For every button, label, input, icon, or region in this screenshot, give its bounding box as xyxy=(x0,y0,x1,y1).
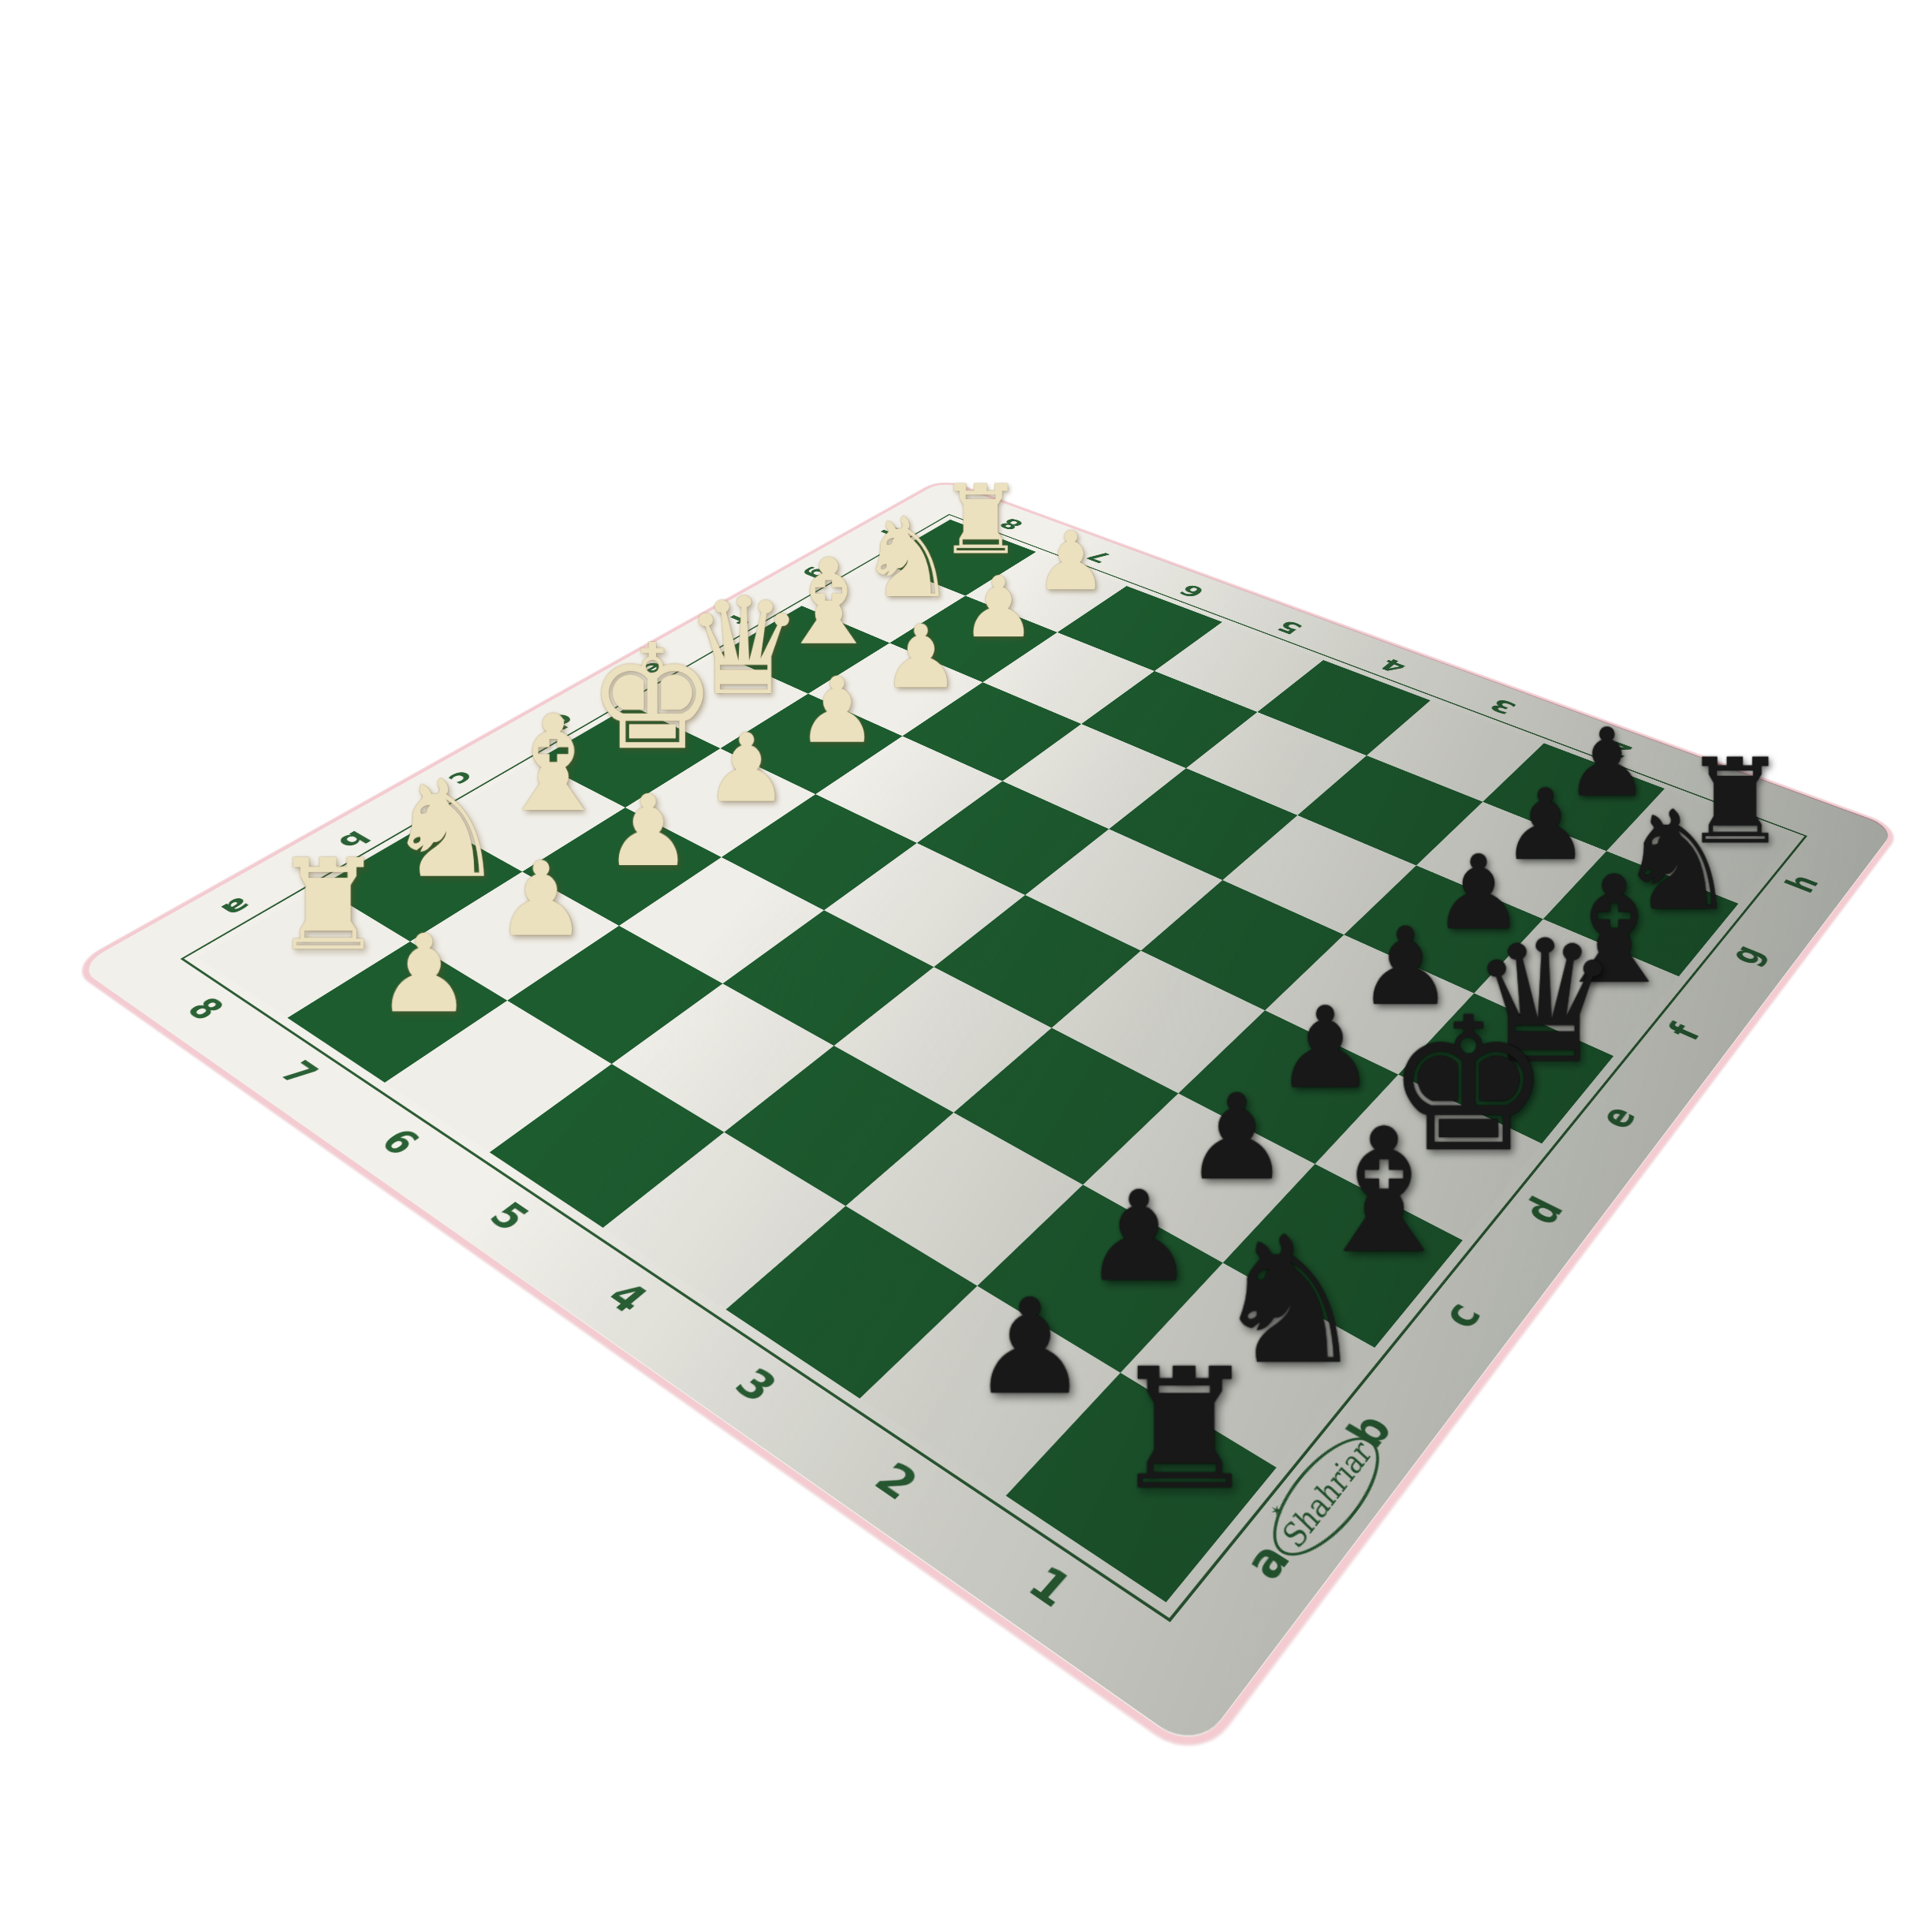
white-pawn-icon: ♟ xyxy=(796,668,878,754)
rank-label-left-2: 2 xyxy=(799,1398,991,1572)
white-knight-icon: ♞ xyxy=(386,766,505,893)
rank-label-left-6: 6 xyxy=(309,1082,487,1206)
black-pawn-icon: ♟ xyxy=(1275,995,1376,1102)
rank-label-left-5: 5 xyxy=(416,1152,599,1286)
black-pawn-icon: ♟ xyxy=(1083,1178,1195,1296)
chessboard-mat: ✶ Shahriar aabbccddeeffgghh8877665544332… xyxy=(76,481,1895,1754)
white-pawn-icon: ♟ xyxy=(495,851,587,949)
white-pawn-icon: ♟ xyxy=(1035,524,1107,601)
product-photo-scene: ✶ Shahriar aabbccddeeffgghh8877665544332… xyxy=(0,0,1932,1932)
black-pawn-icon: ♟ xyxy=(971,1285,1088,1410)
white-pawn-icon: ♟ xyxy=(882,616,960,699)
white-rook-icon: ♜ xyxy=(272,846,384,965)
black-pawn-icon: ♟ xyxy=(1184,1082,1289,1194)
white-pawn-icon: ♟ xyxy=(604,785,692,878)
white-pawn-icon: ♟ xyxy=(376,923,472,1025)
rank-label-left-8: 8 xyxy=(118,957,290,1064)
white-bishop-icon: ♝ xyxy=(494,701,613,827)
black-rook-icon: ♜ xyxy=(1110,1351,1259,1509)
white-pawn-icon: ♟ xyxy=(704,724,789,814)
rank-label-left-7: 7 xyxy=(211,1017,386,1132)
rank-label-left-4: 4 xyxy=(533,1227,718,1372)
white-pawn-icon: ♟ xyxy=(961,568,1037,647)
